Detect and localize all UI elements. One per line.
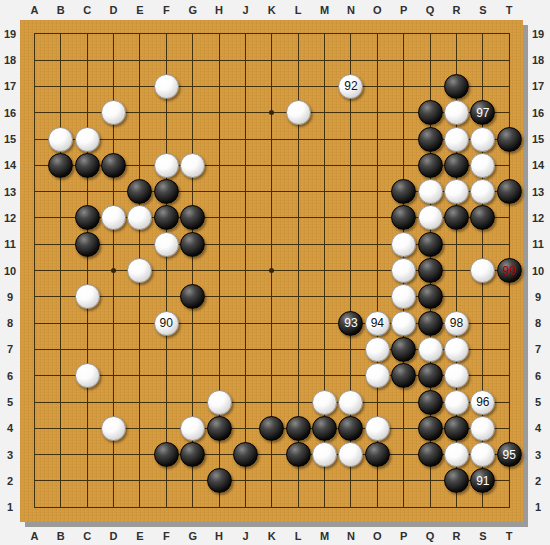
white-stone-R3: [444, 442, 469, 467]
coord-label-K-bottom: K: [262, 529, 282, 543]
black-stone-G12: [180, 205, 205, 230]
black-stone-H4: [207, 416, 232, 441]
go-board[interactable]: 92979990939498969591: [20, 20, 523, 522]
white-stone-M3: [312, 442, 337, 467]
grid-line-horizontal: [34, 507, 510, 508]
coord-label-P-bottom: P: [394, 529, 414, 543]
black-stone-N8: 93: [338, 311, 363, 336]
black-stone-D14: [101, 153, 126, 178]
star-point: [269, 268, 274, 273]
white-stone-M5: [312, 390, 337, 415]
white-stone-N3: [338, 442, 363, 467]
coord-label-C-bottom: C: [77, 529, 97, 543]
white-stone-Q7: [418, 337, 443, 362]
white-stone-S13: [470, 179, 495, 204]
white-stone-L16: [286, 100, 311, 125]
coord-label-H-bottom: H: [209, 529, 229, 543]
black-stone-R14: [444, 153, 469, 178]
black-stone-G3: [180, 442, 205, 467]
black-stone-F3: [154, 442, 179, 467]
coord-label-11-left: 11: [1, 237, 19, 251]
coord-label-15-left: 15: [1, 132, 19, 146]
black-stone-G11: [180, 232, 205, 257]
coord-label-Q-top: Q: [420, 3, 440, 17]
black-stone-J3: [233, 442, 258, 467]
coord-label-Q-bottom: Q: [420, 529, 440, 543]
move-number-99: 99: [503, 265, 516, 277]
black-stone-Q5: [418, 390, 443, 415]
white-stone-E12: [127, 205, 152, 230]
black-stone-R17: [444, 74, 469, 99]
coord-label-12-left: 12: [1, 211, 19, 225]
coord-label-10-right: 10: [529, 264, 547, 278]
black-stone-P6: [391, 363, 416, 388]
go-board-diagram: 19181716151413121110987654321 1918171615…: [0, 0, 550, 545]
white-stone-C15: [75, 127, 100, 152]
white-stone-S10: [470, 258, 495, 283]
coord-label-8-left: 8: [1, 316, 19, 330]
white-stone-O6: [365, 363, 390, 388]
black-stone-O3: [365, 442, 390, 467]
white-stone-F14: [154, 153, 179, 178]
white-stone-D16: [101, 100, 126, 125]
coord-label-16-left: 16: [1, 106, 19, 120]
white-stone-S15: [470, 127, 495, 152]
white-stone-F8: 90: [154, 311, 179, 336]
black-stone-R12: [444, 205, 469, 230]
white-stone-D12: [101, 205, 126, 230]
coord-label-13-left: 13: [1, 185, 19, 199]
coord-label-19-right: 19: [529, 27, 547, 41]
white-stone-S3: [470, 442, 495, 467]
coord-label-2-right: 2: [529, 474, 547, 488]
black-stone-H2: [207, 468, 232, 493]
black-stone-R2: [444, 468, 469, 493]
black-stone-E13: [127, 179, 152, 204]
black-stone-S2: 91: [470, 468, 495, 493]
coord-label-L-bottom: L: [288, 529, 308, 543]
black-stone-Q6: [418, 363, 443, 388]
coord-label-7-left: 7: [1, 342, 19, 356]
white-stone-R16: [444, 100, 469, 125]
black-stone-C12: [75, 205, 100, 230]
coord-label-18-left: 18: [1, 53, 19, 67]
white-stone-N17: 92: [338, 74, 363, 99]
black-stone-Q16: [418, 100, 443, 125]
move-number-93: 93: [344, 317, 357, 329]
coord-label-14-left: 14: [1, 158, 19, 172]
white-stone-O7: [365, 337, 390, 362]
coord-label-R-bottom: R: [446, 529, 466, 543]
white-stone-R15: [444, 127, 469, 152]
black-stone-P7: [391, 337, 416, 362]
coord-label-4-left: 4: [1, 421, 19, 435]
move-number-94: 94: [371, 317, 384, 329]
white-stone-P8: [391, 311, 416, 336]
coord-label-J-top: J: [235, 3, 255, 17]
black-stone-Q11: [418, 232, 443, 257]
black-stone-Q15: [418, 127, 443, 152]
coord-label-10-left: 10: [1, 264, 19, 278]
coord-label-3-right: 3: [529, 448, 547, 462]
white-stone-R5: [444, 390, 469, 415]
white-stone-C9: [75, 284, 100, 309]
coord-label-L-top: L: [288, 3, 308, 17]
coord-label-S-bottom: S: [473, 529, 493, 543]
coord-label-2-left: 2: [1, 474, 19, 488]
move-number-92: 92: [344, 80, 357, 92]
black-stone-N4: [338, 416, 363, 441]
white-stone-H5: [207, 390, 232, 415]
coord-label-1-right: 1: [529, 500, 547, 514]
white-stone-R13: [444, 179, 469, 204]
white-stone-Q13: [418, 179, 443, 204]
white-stone-G14: [180, 153, 205, 178]
white-stone-B15: [48, 127, 73, 152]
coord-label-9-left: 9: [1, 290, 19, 304]
black-stone-G9: [180, 284, 205, 309]
white-stone-G4: [180, 416, 205, 441]
grid-line-horizontal: [34, 480, 510, 481]
black-stone-R4: [444, 416, 469, 441]
black-stone-F12: [154, 205, 179, 230]
star-point: [269, 110, 274, 115]
black-stone-C11: [75, 232, 100, 257]
coord-label-11-right: 11: [529, 237, 547, 251]
white-stone-N5: [338, 390, 363, 415]
coord-label-H-top: H: [209, 3, 229, 17]
coord-label-8-right: 8: [529, 316, 547, 330]
coord-label-G-bottom: G: [183, 529, 203, 543]
coord-label-12-right: 12: [529, 211, 547, 225]
coord-label-R-top: R: [446, 3, 466, 17]
black-stone-L3: [286, 442, 311, 467]
coord-label-18-right: 18: [529, 53, 547, 67]
coord-label-16-right: 16: [529, 106, 547, 120]
black-stone-Q8: [418, 311, 443, 336]
coord-label-M-top: M: [315, 3, 335, 17]
white-stone-F11: [154, 232, 179, 257]
black-stone-S16: 97: [470, 100, 495, 125]
coord-label-B-bottom: B: [51, 529, 71, 543]
white-stone-R7: [444, 337, 469, 362]
black-stone-Q14: [418, 153, 443, 178]
coord-label-13-right: 13: [529, 185, 547, 199]
black-stone-T3: 95: [497, 442, 522, 467]
white-stone-P9: [391, 284, 416, 309]
coord-label-N-top: N: [341, 3, 361, 17]
white-stone-R8: 98: [444, 311, 469, 336]
coord-label-E-top: E: [130, 3, 150, 17]
move-number-97: 97: [476, 107, 489, 119]
white-stone-O4: [365, 416, 390, 441]
black-stone-T10: 99: [497, 258, 522, 283]
black-stone-P13: [391, 179, 416, 204]
coord-label-3-left: 3: [1, 448, 19, 462]
coord-label-G-top: G: [183, 3, 203, 17]
coord-label-A-top: A: [24, 3, 44, 17]
black-stone-B14: [48, 153, 73, 178]
black-stone-Q4: [418, 416, 443, 441]
coord-label-K-top: K: [262, 3, 282, 17]
move-number-96: 96: [476, 396, 489, 408]
coord-label-D-top: D: [104, 3, 124, 17]
coord-label-1-left: 1: [1, 500, 19, 514]
coord-label-J-bottom: J: [235, 529, 255, 543]
coord-label-T-top: T: [499, 3, 519, 17]
move-number-98: 98: [450, 317, 463, 329]
white-stone-D4: [101, 416, 126, 441]
white-stone-P11: [391, 232, 416, 257]
coord-label-D-bottom: D: [104, 529, 124, 543]
black-stone-P12: [391, 205, 416, 230]
white-stone-Q12: [418, 205, 443, 230]
coord-label-N-bottom: N: [341, 529, 361, 543]
coord-label-19-left: 19: [1, 27, 19, 41]
black-stone-C14: [75, 153, 100, 178]
white-stone-E10: [127, 258, 152, 283]
black-stone-Q10: [418, 258, 443, 283]
coord-label-P-top: P: [394, 3, 414, 17]
coord-label-15-right: 15: [529, 132, 547, 146]
coord-label-B-top: B: [51, 3, 71, 17]
coord-label-5-right: 5: [529, 395, 547, 409]
black-stone-Q9: [418, 284, 443, 309]
coord-label-F-top: F: [156, 3, 176, 17]
coord-label-F-bottom: F: [156, 529, 176, 543]
black-stone-S12: [470, 205, 495, 230]
black-stone-Q3: [418, 442, 443, 467]
white-stone-R6: [444, 363, 469, 388]
coord-label-S-top: S: [473, 3, 493, 17]
coord-label-M-bottom: M: [315, 529, 335, 543]
coord-label-14-right: 14: [529, 158, 547, 172]
move-number-90: 90: [160, 317, 173, 329]
move-number-95: 95: [503, 449, 516, 461]
coord-label-7-right: 7: [529, 342, 547, 356]
black-stone-L4: [286, 416, 311, 441]
white-stone-F17: [154, 74, 179, 99]
coord-label-17-right: 17: [529, 79, 547, 93]
coord-label-C-top: C: [77, 3, 97, 17]
black-stone-F13: [154, 179, 179, 204]
white-stone-S5: 96: [470, 390, 495, 415]
black-stone-T13: [497, 179, 522, 204]
star-point: [111, 268, 116, 273]
coord-label-O-top: O: [367, 3, 387, 17]
white-stone-S4: [470, 416, 495, 441]
coord-label-6-left: 6: [1, 369, 19, 383]
coord-label-5-left: 5: [1, 395, 19, 409]
coord-label-17-left: 17: [1, 79, 19, 93]
black-stone-K4: [259, 416, 284, 441]
coord-label-4-right: 4: [529, 421, 547, 435]
coord-label-O-bottom: O: [367, 529, 387, 543]
white-stone-O8: 94: [365, 311, 390, 336]
white-stone-P10: [391, 258, 416, 283]
black-stone-M4: [312, 416, 337, 441]
coord-label-E-bottom: E: [130, 529, 150, 543]
coord-label-A-bottom: A: [24, 529, 44, 543]
coord-label-9-right: 9: [529, 290, 547, 304]
move-number-91: 91: [476, 475, 489, 487]
black-stone-T15: [497, 127, 522, 152]
white-stone-C6: [75, 363, 100, 388]
white-stone-S14: [470, 153, 495, 178]
coord-label-T-bottom: T: [499, 529, 519, 543]
coord-label-6-right: 6: [529, 369, 547, 383]
